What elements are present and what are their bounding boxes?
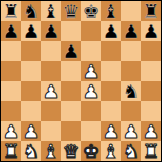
piece-white-pawn[interactable]: ♟ — [102, 121, 119, 141]
piece-black-pawn[interactable]: ♟ — [122, 21, 139, 41]
square-g3[interactable] — [121, 101, 141, 121]
square-a1[interactable]: ♜ — [1, 141, 21, 161]
square-h4[interactable] — [141, 81, 161, 101]
square-d6[interactable]: ♟ — [61, 41, 81, 61]
square-d8[interactable]: ♛ — [61, 1, 81, 21]
piece-black-rook[interactable]: ♜ — [142, 1, 159, 21]
square-a4[interactable] — [1, 81, 21, 101]
piece-black-knight[interactable]: ♞ — [122, 81, 139, 101]
piece-black-pawn[interactable]: ♟ — [42, 21, 59, 41]
square-a2[interactable]: ♟ — [1, 121, 21, 141]
square-e2[interactable] — [81, 121, 101, 141]
square-b5[interactable] — [21, 61, 41, 81]
square-d2[interactable] — [61, 121, 81, 141]
square-c3[interactable] — [41, 101, 61, 121]
square-d1[interactable]: ♛ — [61, 141, 81, 161]
piece-white-pawn[interactable]: ♟ — [2, 121, 19, 141]
piece-white-pawn[interactable]: ♟ — [142, 121, 159, 141]
square-f1[interactable]: ♝ — [101, 141, 121, 161]
piece-white-knight[interactable]: ♞ — [22, 141, 39, 161]
chess-board: ♜♞♝♛♚♝♜♟♟♟♟♟♟♟♟♟♟♞♟♟♟♟♟♜♞♝♛♚♝♞♜ — [0, 0, 162, 162]
piece-black-pawn[interactable]: ♟ — [22, 21, 39, 41]
chess-board-grid: ♜♞♝♛♚♝♜♟♟♟♟♟♟♟♟♟♟♞♟♟♟♟♟♜♞♝♛♚♝♞♜ — [1, 1, 161, 161]
square-h7[interactable]: ♟ — [141, 21, 161, 41]
square-h5[interactable] — [141, 61, 161, 81]
piece-black-rook[interactable]: ♜ — [2, 1, 19, 21]
square-f2[interactable]: ♟ — [101, 121, 121, 141]
piece-white-king[interactable]: ♚ — [82, 141, 99, 161]
piece-white-pawn[interactable]: ♟ — [82, 61, 99, 81]
piece-black-king[interactable]: ♚ — [82, 1, 99, 21]
square-g8[interactable] — [121, 1, 141, 21]
square-c2[interactable] — [41, 121, 61, 141]
square-g6[interactable] — [121, 41, 141, 61]
square-c1[interactable]: ♝ — [41, 141, 61, 161]
square-e6[interactable] — [81, 41, 101, 61]
square-f5[interactable] — [101, 61, 121, 81]
square-h3[interactable] — [141, 101, 161, 121]
piece-black-queen[interactable]: ♛ — [62, 1, 79, 21]
piece-black-knight[interactable]: ♞ — [22, 1, 39, 21]
square-a6[interactable] — [1, 41, 21, 61]
square-b3[interactable] — [21, 101, 41, 121]
piece-black-bishop[interactable]: ♝ — [102, 1, 119, 21]
square-f3[interactable] — [101, 101, 121, 121]
square-g1[interactable]: ♞ — [121, 141, 141, 161]
square-a7[interactable]: ♟ — [1, 21, 21, 41]
piece-white-rook[interactable]: ♜ — [2, 141, 19, 161]
square-h1[interactable]: ♜ — [141, 141, 161, 161]
piece-white-knight[interactable]: ♞ — [122, 141, 139, 161]
square-e4[interactable]: ♟ — [81, 81, 101, 101]
square-c7[interactable]: ♟ — [41, 21, 61, 41]
square-e1[interactable]: ♚ — [81, 141, 101, 161]
piece-black-bishop[interactable]: ♝ — [42, 1, 59, 21]
square-h6[interactable] — [141, 41, 161, 61]
square-a8[interactable]: ♜ — [1, 1, 21, 21]
square-b6[interactable] — [21, 41, 41, 61]
square-g5[interactable] — [121, 61, 141, 81]
square-b7[interactable]: ♟ — [21, 21, 41, 41]
piece-black-pawn[interactable]: ♟ — [142, 21, 159, 41]
square-e3[interactable] — [81, 101, 101, 121]
piece-white-queen[interactable]: ♛ — [62, 141, 79, 161]
square-c6[interactable] — [41, 41, 61, 61]
piece-black-pawn[interactable]: ♟ — [102, 21, 119, 41]
square-b8[interactable]: ♞ — [21, 1, 41, 21]
square-h8[interactable]: ♜ — [141, 1, 161, 21]
square-f7[interactable]: ♟ — [101, 21, 121, 41]
square-f6[interactable] — [101, 41, 121, 61]
square-e5[interactable]: ♟ — [81, 61, 101, 81]
piece-white-bishop[interactable]: ♝ — [102, 141, 119, 161]
square-c4[interactable]: ♟ — [41, 81, 61, 101]
square-g4[interactable]: ♞ — [121, 81, 141, 101]
square-d7[interactable] — [61, 21, 81, 41]
piece-white-pawn[interactable]: ♟ — [42, 81, 59, 101]
square-a5[interactable] — [1, 61, 21, 81]
square-c5[interactable] — [41, 61, 61, 81]
piece-black-pawn[interactable]: ♟ — [2, 21, 19, 41]
piece-black-pawn[interactable]: ♟ — [62, 41, 79, 61]
piece-white-pawn[interactable]: ♟ — [22, 121, 39, 141]
square-g2[interactable]: ♟ — [121, 121, 141, 141]
square-d4[interactable] — [61, 81, 81, 101]
square-b1[interactable]: ♞ — [21, 141, 41, 161]
piece-white-bishop[interactable]: ♝ — [42, 141, 59, 161]
square-f8[interactable]: ♝ — [101, 1, 121, 21]
square-d5[interactable] — [61, 61, 81, 81]
square-g7[interactable]: ♟ — [121, 21, 141, 41]
square-b2[interactable]: ♟ — [21, 121, 41, 141]
piece-white-pawn[interactable]: ♟ — [122, 121, 139, 141]
square-b4[interactable] — [21, 81, 41, 101]
square-f4[interactable] — [101, 81, 121, 101]
square-e8[interactable]: ♚ — [81, 1, 101, 21]
square-a3[interactable] — [1, 101, 21, 121]
square-h2[interactable]: ♟ — [141, 121, 161, 141]
square-e7[interactable] — [81, 21, 101, 41]
square-d3[interactable] — [61, 101, 81, 121]
square-c8[interactable]: ♝ — [41, 1, 61, 21]
piece-white-rook[interactable]: ♜ — [142, 141, 159, 161]
piece-white-pawn[interactable]: ♟ — [82, 81, 99, 101]
